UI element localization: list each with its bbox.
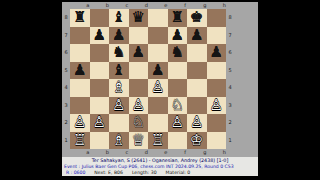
square-g5[interactable]: [187, 62, 207, 80]
coord-label-2: 2: [226, 114, 234, 132]
square-h8[interactable]: [207, 9, 227, 27]
coord-label-5: 5: [62, 62, 70, 80]
coord-label-7: 7: [62, 27, 70, 45]
square-c3[interactable]: ♙: [109, 97, 129, 115]
white-pawn: ♙: [70, 114, 90, 132]
board-wrap: 87654321 ♜♝♛♜♚♟♟♟♟♞♟♞♟♟♝♟♗♙♙♙♘♙♙♙♘♙♙♖♗♕♖…: [62, 9, 258, 149]
square-a7[interactable]: [70, 27, 90, 45]
white-knight: ♘: [168, 97, 188, 115]
black-pawn: ♟: [109, 27, 129, 45]
coord-label-1: 1: [62, 132, 70, 150]
coord-label-d: d: [137, 149, 157, 156]
square-h1[interactable]: [207, 132, 227, 150]
square-h6[interactable]: ♟: [207, 44, 227, 62]
square-c8[interactable]: ♝: [109, 9, 129, 27]
white-pawn: ♙: [168, 114, 188, 132]
square-e4[interactable]: ♙: [148, 79, 168, 97]
square-g8[interactable]: ♚: [187, 9, 207, 27]
coord-label-5: 5: [226, 62, 234, 80]
stats-line: R : 0600Next: E, B06Length: 30Material: …: [62, 170, 258, 176]
coord-label-c: c: [117, 2, 137, 9]
coord-label-3: 3: [62, 97, 70, 115]
coord-label-6: 6: [62, 44, 70, 62]
rank-labels-right: 87654321: [226, 9, 234, 149]
stat-token-0: R : 0600: [66, 170, 85, 176]
coord-label-f: f: [176, 149, 196, 156]
black-pawn: ♟: [129, 44, 149, 62]
square-f6[interactable]: ♞: [168, 44, 188, 62]
coord-label-a: a: [78, 2, 98, 9]
stat-token-1: Next: E, B06: [94, 170, 123, 176]
black-knight: ♞: [168, 44, 188, 62]
square-g4[interactable]: [187, 79, 207, 97]
square-b4[interactable]: [90, 79, 110, 97]
coord-label-b: b: [98, 149, 118, 156]
square-f5[interactable]: [168, 62, 188, 80]
square-b6[interactable]: [90, 44, 110, 62]
coord-label-4: 4: [62, 79, 70, 97]
square-c6[interactable]: ♞: [109, 44, 129, 62]
black-pawn: ♟: [70, 62, 90, 80]
square-h2[interactable]: [207, 114, 227, 132]
square-h3[interactable]: ♙: [207, 97, 227, 115]
white-bishop: ♗: [109, 79, 129, 97]
square-g2[interactable]: ♙: [187, 114, 207, 132]
square-e7[interactable]: [148, 27, 168, 45]
white-king: ♔: [187, 132, 207, 150]
file-labels-bottom: abcdefgh: [78, 149, 258, 156]
white-rook: ♖: [70, 132, 90, 150]
square-h5[interactable]: [207, 62, 227, 80]
square-a4[interactable]: [70, 79, 90, 97]
black-queen: ♛: [129, 9, 149, 27]
square-b7[interactable]: ♟: [90, 27, 110, 45]
coord-label-7: 7: [226, 27, 234, 45]
coord-label-2: 2: [62, 114, 70, 132]
square-h7[interactable]: [207, 27, 227, 45]
square-c4[interactable]: ♗: [109, 79, 129, 97]
coord-label-8: 8: [62, 9, 70, 27]
coord-label-3: 3: [226, 97, 234, 115]
top-black-bar: [0, 0, 320, 2]
black-bishop: ♝: [109, 9, 129, 27]
file-labels-top: abcdefgh: [78, 2, 258, 9]
black-pawn: ♟: [187, 27, 207, 45]
stat-token-3: Material: 0: [166, 170, 191, 176]
coord-label-g: g: [195, 149, 215, 156]
square-a5[interactable]: ♟: [70, 62, 90, 80]
square-d8[interactable]: ♛: [129, 9, 149, 27]
square-c2[interactable]: [109, 114, 129, 132]
coord-label-e: e: [156, 2, 176, 9]
square-g3[interactable]: [187, 97, 207, 115]
square-g7[interactable]: ♟: [187, 27, 207, 45]
white-queen: ♕: [129, 132, 149, 150]
square-e8[interactable]: [148, 9, 168, 27]
square-c1[interactable]: ♗: [109, 132, 129, 150]
coord-label-g: g: [195, 2, 215, 9]
square-d2[interactable]: ♘: [129, 114, 149, 132]
video-frame: abcdefgh 87654321 ♜♝♛♜♚♟♟♟♟♞♟♞♟♟♝♟♗♙♙♙♘♙…: [0, 0, 320, 180]
square-a1[interactable]: ♖: [70, 132, 90, 150]
square-b1[interactable]: [90, 132, 110, 150]
square-e5[interactable]: ♟: [148, 62, 168, 80]
coord-label-6: 6: [226, 44, 234, 62]
white-pawn: ♙: [207, 97, 227, 115]
white-pawn: ♙: [109, 97, 129, 115]
chess-board-panel: abcdefgh 87654321 ♜♝♛♜♚♟♟♟♟♞♟♞♟♟♝♟♗♙♙♙♘♙…: [62, 2, 258, 176]
chess-board: ♜♝♛♜♚♟♟♟♟♞♟♞♟♟♝♟♗♙♙♙♘♙♙♙♘♙♙♖♗♕♖♔: [70, 9, 226, 149]
square-d6[interactable]: ♟: [129, 44, 149, 62]
square-e6[interactable]: [148, 44, 168, 62]
square-f7[interactable]: ♟: [168, 27, 188, 45]
square-a8[interactable]: ♜: [70, 9, 90, 27]
coord-label-f: f: [176, 2, 196, 9]
square-c5[interactable]: ♝: [109, 62, 129, 80]
square-g1[interactable]: ♔: [187, 132, 207, 150]
square-h4[interactable]: [207, 79, 227, 97]
white-knight: ♘: [129, 114, 149, 132]
black-pawn: ♟: [148, 62, 168, 80]
stat-token-2: Length: 30: [132, 170, 157, 176]
square-f8[interactable]: ♜: [168, 9, 188, 27]
black-bishop: ♝: [109, 62, 129, 80]
coord-label-a: a: [78, 149, 98, 156]
square-f1[interactable]: [168, 132, 188, 150]
black-pawn: ♟: [90, 27, 110, 45]
white-pawn: ♙: [129, 97, 149, 115]
white-pawn: ♙: [187, 114, 207, 132]
coord-label-8: 8: [226, 9, 234, 27]
square-a3[interactable]: [70, 97, 90, 115]
square-d5[interactable]: [129, 62, 149, 80]
coord-label-c: c: [117, 149, 137, 156]
black-rook: ♜: [168, 9, 188, 27]
square-e1[interactable]: ♖: [148, 132, 168, 150]
square-b8[interactable]: [90, 9, 110, 27]
game-info-caption: Ter Sahakyan, S (2641) - Oganesian, Andr…: [62, 157, 258, 176]
square-f2[interactable]: ♙: [168, 114, 188, 132]
black-rook: ♜: [70, 9, 90, 27]
square-b3[interactable]: [90, 97, 110, 115]
square-d3[interactable]: ♙: [129, 97, 149, 115]
square-e3[interactable]: [148, 97, 168, 115]
square-d4[interactable]: [129, 79, 149, 97]
square-c7[interactable]: ♟: [109, 27, 129, 45]
square-d1[interactable]: ♕: [129, 132, 149, 150]
white-pawn: ♙: [90, 114, 110, 132]
coord-label-b: b: [98, 2, 118, 9]
black-pawn: ♟: [207, 44, 227, 62]
square-d7[interactable]: [129, 27, 149, 45]
white-rook: ♖: [148, 132, 168, 150]
square-e2[interactable]: [148, 114, 168, 132]
black-pawn: ♟: [168, 27, 188, 45]
white-pawn: ♙: [148, 79, 168, 97]
coord-label-h: h: [215, 149, 235, 156]
square-b5[interactable]: [90, 62, 110, 80]
coord-label-4: 4: [226, 79, 234, 97]
white-bishop: ♗: [109, 132, 129, 150]
square-f4[interactable]: [168, 79, 188, 97]
square-f3[interactable]: ♘: [168, 97, 188, 115]
square-a2[interactable]: ♙: [70, 114, 90, 132]
black-knight: ♞: [109, 44, 129, 62]
square-a6[interactable]: [70, 44, 90, 62]
square-g6[interactable]: [187, 44, 207, 62]
coord-label-d: d: [137, 2, 157, 9]
black-king: ♚: [187, 9, 207, 27]
coord-label-e: e: [156, 149, 176, 156]
coord-label-1: 1: [226, 132, 234, 150]
rank-labels-left: 87654321: [62, 9, 70, 149]
coord-label-h: h: [215, 2, 235, 9]
square-b2[interactable]: ♙: [90, 114, 110, 132]
